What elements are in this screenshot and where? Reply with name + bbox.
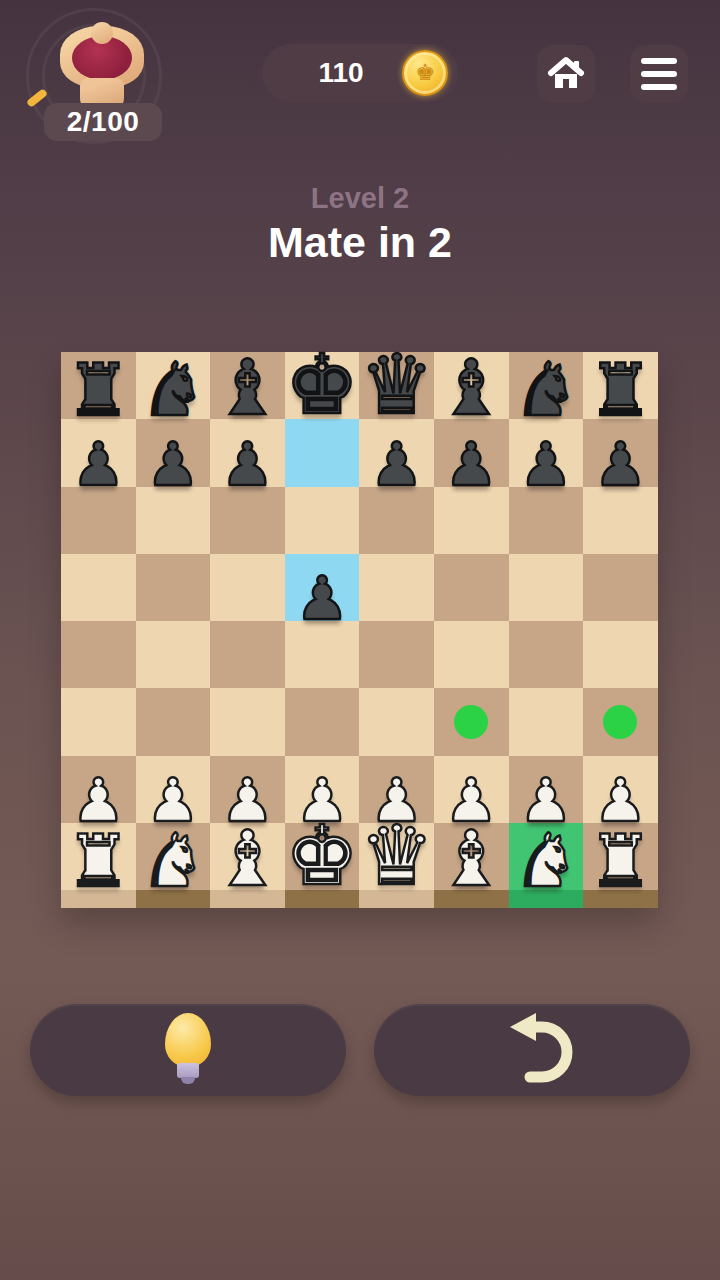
board-square[interactable] [583,487,658,554]
board-square[interactable] [285,487,360,554]
board-square[interactable] [210,688,285,755]
board-front-edge [61,890,658,908]
board-square[interactable] [210,621,285,688]
black-king: ♚ [285,344,359,426]
board-square[interactable] [61,688,136,755]
board-square[interactable] [61,554,136,621]
board-edge-segment [210,890,285,908]
board-square[interactable]: ♟ [210,419,285,486]
board-square[interactable] [359,554,434,621]
board-square[interactable]: ♝ [434,352,509,419]
move-dot[interactable] [454,705,488,739]
board-square[interactable] [61,487,136,554]
hint-button[interactable] [30,1004,346,1096]
board-square[interactable] [509,487,584,554]
board-square[interactable]: ♟ [509,419,584,486]
white-pawn: ♟ [594,770,648,830]
white-pawn: ♟ [71,770,125,830]
white-pawn: ♟ [295,770,349,830]
board-square[interactable] [359,621,434,688]
black-pawn: ♟ [295,568,349,628]
chess-board: ♜♞♝♚♛♝♞♜♟♟♟♟♟♟♟♟♟♟♟♟♟♟♟♟♜♞♝♚♛♝♞♜ [61,352,658,908]
board-square[interactable] [509,688,584,755]
coin-icon: ♚ [402,50,448,96]
board-square[interactable] [136,688,211,755]
black-pawn: ♟ [519,434,573,494]
undo-button[interactable] [374,1004,690,1096]
white-bishop: ♝ [213,821,281,897]
hamburger-menu-icon [641,58,677,90]
progress-badge: 2/100 [44,103,162,141]
white-rook: ♜ [66,825,131,897]
white-pawn: ♟ [370,770,424,830]
white-bishop: ♝ [437,821,505,897]
board-square[interactable]: ♟ [359,756,434,823]
board-square[interactable]: ♟ [61,756,136,823]
board-square[interactable]: ♟ [210,756,285,823]
board-square[interactable]: ♝ [210,352,285,419]
board-edge-segment [285,890,360,908]
home-button[interactable] [537,45,595,103]
board-square[interactable]: ♟ [583,756,658,823]
board-square[interactable] [210,487,285,554]
puzzle-title: Mate in 2 [0,218,720,267]
board-grid: ♜♞♝♚♛♝♞♜♟♟♟♟♟♟♟♟♟♟♟♟♟♟♟♟♜♞♝♚♛♝♞♜ [61,352,658,890]
board-edge-segment [359,890,434,908]
black-pawn: ♟ [146,434,200,494]
app-screen: 2/100 110 ♚ Level 2 Mate in 2 ♜♞♝♚♛♝♞♜♟♟… [0,0,720,1280]
board-edge-segment [136,890,211,908]
black-rook: ♜ [66,354,131,426]
board-square[interactable]: ♜ [61,823,136,890]
board-square[interactable]: ♟ [509,756,584,823]
board-square[interactable] [359,688,434,755]
board-edge-segment [434,890,509,908]
black-pawn: ♟ [444,434,498,494]
board-square[interactable]: ♜ [61,352,136,419]
board-square[interactable]: ♜ [583,352,658,419]
board-square[interactable] [509,621,584,688]
board-square[interactable] [583,554,658,621]
coin-counter[interactable]: 110 ♚ [262,44,458,102]
black-bishop: ♝ [437,350,505,426]
white-pawn: ♟ [221,770,275,830]
lightbulb-icon [165,1013,211,1087]
black-pawn: ♟ [221,434,275,494]
black-knight: ♞ [513,352,579,426]
board-square[interactable]: ♟ [285,756,360,823]
board-square[interactable] [583,688,658,755]
undo-arrow-icon [488,1012,576,1088]
board-square[interactable]: ♜ [583,823,658,890]
board-square[interactable]: ♞ [136,352,211,419]
king-avatar [56,16,148,112]
white-pawn: ♟ [444,770,498,830]
board-square[interactable] [434,621,509,688]
white-queen: ♛ [360,815,434,897]
board-square[interactable]: ♟ [136,419,211,486]
black-pawn: ♟ [71,434,125,494]
board-edge-segment [509,890,584,908]
move-dot[interactable] [603,705,637,739]
board-square[interactable] [285,621,360,688]
board-square[interactable] [210,554,285,621]
menu-button[interactable] [630,45,688,103]
board-square[interactable]: ♞ [509,352,584,419]
board-square[interactable]: ♟ [136,756,211,823]
black-bishop: ♝ [213,350,281,426]
board-square[interactable]: ♞ [136,823,211,890]
board-square[interactable]: ♟ [583,419,658,486]
board-square[interactable] [136,554,211,621]
board-edge-segment [583,890,658,908]
board-square[interactable]: ♟ [434,419,509,486]
board-square[interactable]: ♝ [434,823,509,890]
board-square[interactable]: ♚ [285,823,360,890]
board-square[interactable] [136,621,211,688]
black-knight: ♞ [140,352,206,426]
board-square[interactable] [434,554,509,621]
board-square[interactable] [61,621,136,688]
board-square[interactable]: ♟ [61,419,136,486]
coin-count: 110 [262,57,402,89]
board-square[interactable]: ♞ [509,823,584,890]
white-knight: ♞ [140,823,206,897]
black-rook: ♜ [588,354,653,426]
board-square[interactable]: ♟ [434,756,509,823]
board-square[interactable] [583,621,658,688]
home-icon [547,56,585,92]
white-pawn: ♟ [519,770,573,830]
board-square[interactable]: ♛ [359,823,434,890]
player-avatar[interactable]: 2/100 [14,2,174,146]
black-queen: ♛ [360,344,434,426]
board-square[interactable] [136,487,211,554]
board-square[interactable]: ♝ [210,823,285,890]
white-rook: ♜ [588,825,653,897]
black-pawn: ♟ [594,434,648,494]
board-square[interactable] [285,688,360,755]
board-square[interactable]: ♟ [285,554,360,621]
white-pawn: ♟ [146,770,200,830]
board-square[interactable] [285,419,360,486]
board-square[interactable]: ♚ [285,352,360,419]
white-king: ♚ [285,815,359,897]
board-square[interactable] [359,487,434,554]
board-square[interactable] [434,487,509,554]
board-square[interactable]: ♟ [359,419,434,486]
board-edge-segment [61,890,136,908]
level-label: Level 2 [0,182,720,215]
board-square[interactable]: ♛ [359,352,434,419]
board-square[interactable] [509,554,584,621]
board-square[interactable] [434,688,509,755]
white-knight: ♞ [513,823,579,897]
black-pawn: ♟ [370,434,424,494]
